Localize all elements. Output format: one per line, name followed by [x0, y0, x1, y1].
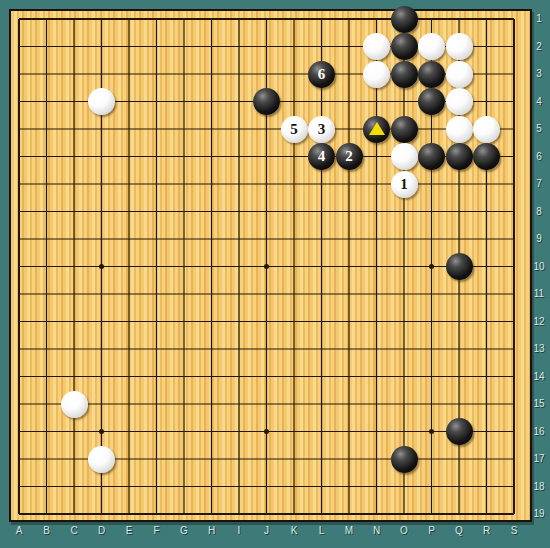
intersection-n5[interactable]: [363, 115, 391, 143]
intersection-b1[interactable]: [33, 5, 61, 33]
intersection-s14[interactable]: [500, 363, 528, 391]
intersection-a3[interactable]: [5, 60, 33, 88]
intersection-l3[interactable]: 6: [308, 60, 336, 88]
intersection-e9[interactable]: [115, 225, 143, 253]
intersection-o19[interactable]: [390, 500, 418, 528]
intersection-a10[interactable]: [5, 253, 33, 281]
intersection-h4[interactable]: [198, 88, 226, 116]
intersection-s19[interactable]: [500, 500, 528, 528]
intersection-s11[interactable]: [500, 280, 528, 308]
intersection-j14[interactable]: [253, 363, 281, 391]
intersection-f7[interactable]: [143, 170, 171, 198]
intersection-i3[interactable]: [225, 60, 253, 88]
intersection-o10[interactable]: [390, 253, 418, 281]
intersection-e15[interactable]: [115, 390, 143, 418]
intersection-p7[interactable]: [418, 170, 446, 198]
intersection-n15[interactable]: [363, 390, 391, 418]
intersection-h18[interactable]: [198, 473, 226, 501]
intersection-i15[interactable]: [225, 390, 253, 418]
intersection-q9[interactable]: [445, 225, 473, 253]
intersection-e10[interactable]: [115, 253, 143, 281]
intersection-k9[interactable]: [280, 225, 308, 253]
intersection-n2[interactable]: [363, 33, 391, 61]
intersection-q3[interactable]: [445, 60, 473, 88]
intersection-k17[interactable]: [280, 445, 308, 473]
intersection-q6[interactable]: [445, 143, 473, 171]
intersection-l16[interactable]: [308, 418, 336, 446]
intersection-n3[interactable]: [363, 60, 391, 88]
intersection-d6[interactable]: [88, 143, 116, 171]
intersection-q8[interactable]: [445, 198, 473, 226]
intersection-r13[interactable]: [473, 335, 501, 363]
intersection-f16[interactable]: [143, 418, 171, 446]
intersection-f2[interactable]: [143, 33, 171, 61]
intersection-e5[interactable]: [115, 115, 143, 143]
intersection-r6[interactable]: [473, 143, 501, 171]
intersection-j12[interactable]: [253, 308, 281, 336]
intersection-p1[interactable]: [418, 5, 446, 33]
intersection-b16[interactable]: [33, 418, 61, 446]
intersection-i19[interactable]: [225, 500, 253, 528]
intersection-j15[interactable]: [253, 390, 281, 418]
intersection-d8[interactable]: [88, 198, 116, 226]
intersection-j18[interactable]: [253, 473, 281, 501]
intersection-b7[interactable]: [33, 170, 61, 198]
intersection-d1[interactable]: [88, 5, 116, 33]
intersection-f18[interactable]: [143, 473, 171, 501]
intersection-p19[interactable]: [418, 500, 446, 528]
intersection-j3[interactable]: [253, 60, 281, 88]
intersection-f9[interactable]: [143, 225, 171, 253]
intersection-p2[interactable]: [418, 33, 446, 61]
intersection-r17[interactable]: [473, 445, 501, 473]
intersection-i8[interactable]: [225, 198, 253, 226]
intersection-o17[interactable]: [390, 445, 418, 473]
intersection-a18[interactable]: [5, 473, 33, 501]
intersection-n14[interactable]: [363, 363, 391, 391]
intersection-d12[interactable]: [88, 308, 116, 336]
intersection-m13[interactable]: [335, 335, 363, 363]
intersection-s15[interactable]: [500, 390, 528, 418]
intersection-k12[interactable]: [280, 308, 308, 336]
intersection-m15[interactable]: [335, 390, 363, 418]
intersection-f6[interactable]: [143, 143, 171, 171]
intersection-f19[interactable]: [143, 500, 171, 528]
intersection-e11[interactable]: [115, 280, 143, 308]
intersection-m5[interactable]: [335, 115, 363, 143]
intersection-i2[interactable]: [225, 33, 253, 61]
intersection-d17[interactable]: [88, 445, 116, 473]
intersection-k6[interactable]: [280, 143, 308, 171]
intersection-a15[interactable]: [5, 390, 33, 418]
intersection-l9[interactable]: [308, 225, 336, 253]
intersection-m19[interactable]: [335, 500, 363, 528]
intersection-h1[interactable]: [198, 5, 226, 33]
intersection-g5[interactable]: [170, 115, 198, 143]
intersection-d11[interactable]: [88, 280, 116, 308]
intersection-p5[interactable]: [418, 115, 446, 143]
intersection-g1[interactable]: [170, 5, 198, 33]
intersection-p6[interactable]: [418, 143, 446, 171]
intersection-s12[interactable]: [500, 308, 528, 336]
intersection-m7[interactable]: [335, 170, 363, 198]
intersection-o11[interactable]: [390, 280, 418, 308]
intersection-p10[interactable]: [418, 253, 446, 281]
intersection-p13[interactable]: [418, 335, 446, 363]
intersection-l15[interactable]: [308, 390, 336, 418]
intersection-l6[interactable]: 4: [308, 143, 336, 171]
intersection-l2[interactable]: [308, 33, 336, 61]
intersection-e16[interactable]: [115, 418, 143, 446]
intersection-p16[interactable]: [418, 418, 446, 446]
intersection-a17[interactable]: [5, 445, 33, 473]
intersection-a9[interactable]: [5, 225, 33, 253]
intersection-m2[interactable]: [335, 33, 363, 61]
intersection-o1[interactable]: [390, 5, 418, 33]
intersection-b13[interactable]: [33, 335, 61, 363]
intersection-e3[interactable]: [115, 60, 143, 88]
intersection-q5[interactable]: [445, 115, 473, 143]
intersection-l12[interactable]: [308, 308, 336, 336]
intersection-h9[interactable]: [198, 225, 226, 253]
intersection-j17[interactable]: [253, 445, 281, 473]
intersection-i16[interactable]: [225, 418, 253, 446]
intersection-s6[interactable]: [500, 143, 528, 171]
intersection-g4[interactable]: [170, 88, 198, 116]
intersection-q12[interactable]: [445, 308, 473, 336]
intersection-j10[interactable]: [253, 253, 281, 281]
intersection-f10[interactable]: [143, 253, 171, 281]
intersection-g11[interactable]: [170, 280, 198, 308]
intersection-r8[interactable]: [473, 198, 501, 226]
intersection-q18[interactable]: [445, 473, 473, 501]
intersection-d18[interactable]: [88, 473, 116, 501]
intersection-k2[interactable]: [280, 33, 308, 61]
intersection-b2[interactable]: [33, 33, 61, 61]
intersection-c17[interactable]: [60, 445, 88, 473]
intersection-s18[interactable]: [500, 473, 528, 501]
intersection-c15[interactable]: [60, 390, 88, 418]
intersection-o7[interactable]: 1: [390, 170, 418, 198]
intersection-p14[interactable]: [418, 363, 446, 391]
intersection-m18[interactable]: [335, 473, 363, 501]
intersection-h3[interactable]: [198, 60, 226, 88]
intersection-j4[interactable]: [253, 88, 281, 116]
intersection-h16[interactable]: [198, 418, 226, 446]
intersection-n13[interactable]: [363, 335, 391, 363]
intersection-g12[interactable]: [170, 308, 198, 336]
intersection-d7[interactable]: [88, 170, 116, 198]
intersection-r14[interactable]: [473, 363, 501, 391]
intersection-k8[interactable]: [280, 198, 308, 226]
intersection-e6[interactable]: [115, 143, 143, 171]
intersection-f1[interactable]: [143, 5, 171, 33]
intersection-q1[interactable]: [445, 5, 473, 33]
intersection-o8[interactable]: [390, 198, 418, 226]
intersection-a1[interactable]: [5, 5, 33, 33]
intersection-p12[interactable]: [418, 308, 446, 336]
intersection-l4[interactable]: [308, 88, 336, 116]
intersection-n18[interactable]: [363, 473, 391, 501]
intersection-r1[interactable]: [473, 5, 501, 33]
intersection-c13[interactable]: [60, 335, 88, 363]
intersection-e17[interactable]: [115, 445, 143, 473]
intersection-f15[interactable]: [143, 390, 171, 418]
intersection-e8[interactable]: [115, 198, 143, 226]
intersection-m17[interactable]: [335, 445, 363, 473]
intersection-i13[interactable]: [225, 335, 253, 363]
intersection-a4[interactable]: [5, 88, 33, 116]
intersection-s10[interactable]: [500, 253, 528, 281]
intersection-l18[interactable]: [308, 473, 336, 501]
intersection-n10[interactable]: [363, 253, 391, 281]
intersection-k15[interactable]: [280, 390, 308, 418]
intersection-e18[interactable]: [115, 473, 143, 501]
intersection-h17[interactable]: [198, 445, 226, 473]
intersection-a13[interactable]: [5, 335, 33, 363]
intersection-c5[interactable]: [60, 115, 88, 143]
intersection-g14[interactable]: [170, 363, 198, 391]
intersection-j9[interactable]: [253, 225, 281, 253]
intersection-c11[interactable]: [60, 280, 88, 308]
intersection-m11[interactable]: [335, 280, 363, 308]
intersection-d15[interactable]: [88, 390, 116, 418]
intersection-n4[interactable]: [363, 88, 391, 116]
intersection-o15[interactable]: [390, 390, 418, 418]
intersection-l7[interactable]: [308, 170, 336, 198]
intersection-i7[interactable]: [225, 170, 253, 198]
intersection-a5[interactable]: [5, 115, 33, 143]
intersection-a8[interactable]: [5, 198, 33, 226]
intersection-r9[interactable]: [473, 225, 501, 253]
intersection-q14[interactable]: [445, 363, 473, 391]
intersection-q16[interactable]: [445, 418, 473, 446]
intersection-n19[interactable]: [363, 500, 391, 528]
intersection-g7[interactable]: [170, 170, 198, 198]
intersection-e7[interactable]: [115, 170, 143, 198]
intersection-f3[interactable]: [143, 60, 171, 88]
intersection-f13[interactable]: [143, 335, 171, 363]
intersection-h5[interactable]: [198, 115, 226, 143]
intersection-i18[interactable]: [225, 473, 253, 501]
intersection-p3[interactable]: [418, 60, 446, 88]
intersection-i1[interactable]: [225, 5, 253, 33]
intersection-n8[interactable]: [363, 198, 391, 226]
intersection-k18[interactable]: [280, 473, 308, 501]
intersection-h6[interactable]: [198, 143, 226, 171]
intersection-c19[interactable]: [60, 500, 88, 528]
intersection-o3[interactable]: [390, 60, 418, 88]
intersection-l17[interactable]: [308, 445, 336, 473]
intersection-q17[interactable]: [445, 445, 473, 473]
intersection-b3[interactable]: [33, 60, 61, 88]
intersection-q15[interactable]: [445, 390, 473, 418]
intersection-i12[interactable]: [225, 308, 253, 336]
intersection-l11[interactable]: [308, 280, 336, 308]
intersection-j16[interactable]: [253, 418, 281, 446]
intersection-s13[interactable]: [500, 335, 528, 363]
intersection-a7[interactable]: [5, 170, 33, 198]
intersection-c14[interactable]: [60, 363, 88, 391]
intersection-e13[interactable]: [115, 335, 143, 363]
intersection-g19[interactable]: [170, 500, 198, 528]
intersection-h12[interactable]: [198, 308, 226, 336]
intersection-j2[interactable]: [253, 33, 281, 61]
intersection-s16[interactable]: [500, 418, 528, 446]
intersection-c3[interactable]: [60, 60, 88, 88]
intersection-g16[interactable]: [170, 418, 198, 446]
intersection-b9[interactable]: [33, 225, 61, 253]
intersection-b11[interactable]: [33, 280, 61, 308]
intersection-c9[interactable]: [60, 225, 88, 253]
intersection-q10[interactable]: [445, 253, 473, 281]
intersection-d16[interactable]: [88, 418, 116, 446]
intersection-f17[interactable]: [143, 445, 171, 473]
intersection-o6[interactable]: [390, 143, 418, 171]
intersection-l8[interactable]: [308, 198, 336, 226]
intersection-o2[interactable]: [390, 33, 418, 61]
intersection-d10[interactable]: [88, 253, 116, 281]
intersection-h15[interactable]: [198, 390, 226, 418]
intersection-s9[interactable]: [500, 225, 528, 253]
intersection-h7[interactable]: [198, 170, 226, 198]
intersection-o4[interactable]: [390, 88, 418, 116]
intersection-o12[interactable]: [390, 308, 418, 336]
intersection-k10[interactable]: [280, 253, 308, 281]
intersection-n17[interactable]: [363, 445, 391, 473]
intersection-m4[interactable]: [335, 88, 363, 116]
intersection-p17[interactable]: [418, 445, 446, 473]
intersection-r19[interactable]: [473, 500, 501, 528]
intersection-d2[interactable]: [88, 33, 116, 61]
intersection-i11[interactable]: [225, 280, 253, 308]
intersection-e12[interactable]: [115, 308, 143, 336]
intersection-l10[interactable]: [308, 253, 336, 281]
intersection-g15[interactable]: [170, 390, 198, 418]
intersection-a16[interactable]: [5, 418, 33, 446]
intersection-r16[interactable]: [473, 418, 501, 446]
intersection-f4[interactable]: [143, 88, 171, 116]
intersection-b15[interactable]: [33, 390, 61, 418]
intersection-m16[interactable]: [335, 418, 363, 446]
intersection-e4[interactable]: [115, 88, 143, 116]
intersection-l14[interactable]: [308, 363, 336, 391]
intersection-l1[interactable]: [308, 5, 336, 33]
intersection-k16[interactable]: [280, 418, 308, 446]
intersection-m8[interactable]: [335, 198, 363, 226]
intersection-j11[interactable]: [253, 280, 281, 308]
intersection-h8[interactable]: [198, 198, 226, 226]
intersection-r7[interactable]: [473, 170, 501, 198]
intersection-n7[interactable]: [363, 170, 391, 198]
intersection-f12[interactable]: [143, 308, 171, 336]
intersection-k19[interactable]: [280, 500, 308, 528]
intersection-b4[interactable]: [33, 88, 61, 116]
intersection-c1[interactable]: [60, 5, 88, 33]
intersection-j7[interactable]: [253, 170, 281, 198]
intersection-c18[interactable]: [60, 473, 88, 501]
intersection-m10[interactable]: [335, 253, 363, 281]
intersection-n1[interactable]: [363, 5, 391, 33]
intersection-q7[interactable]: [445, 170, 473, 198]
intersection-k11[interactable]: [280, 280, 308, 308]
intersection-h19[interactable]: [198, 500, 226, 528]
intersection-j5[interactable]: [253, 115, 281, 143]
intersection-j13[interactable]: [253, 335, 281, 363]
intersection-q19[interactable]: [445, 500, 473, 528]
intersection-g13[interactable]: [170, 335, 198, 363]
intersection-f14[interactable]: [143, 363, 171, 391]
intersection-i4[interactable]: [225, 88, 253, 116]
intersection-b18[interactable]: [33, 473, 61, 501]
intersection-c8[interactable]: [60, 198, 88, 226]
intersection-m6[interactable]: 2: [335, 143, 363, 171]
intersection-f11[interactable]: [143, 280, 171, 308]
intersection-i9[interactable]: [225, 225, 253, 253]
intersection-q13[interactable]: [445, 335, 473, 363]
intersection-l5[interactable]: 3: [308, 115, 336, 143]
intersection-r4[interactable]: [473, 88, 501, 116]
intersection-b17[interactable]: [33, 445, 61, 473]
intersection-i5[interactable]: [225, 115, 253, 143]
intersection-h2[interactable]: [198, 33, 226, 61]
intersection-c6[interactable]: [60, 143, 88, 171]
intersection-c7[interactable]: [60, 170, 88, 198]
intersection-c16[interactable]: [60, 418, 88, 446]
intersection-o5[interactable]: [390, 115, 418, 143]
intersection-d3[interactable]: [88, 60, 116, 88]
intersection-k5[interactable]: 5: [280, 115, 308, 143]
intersection-e14[interactable]: [115, 363, 143, 391]
intersection-b5[interactable]: [33, 115, 61, 143]
intersection-r2[interactable]: [473, 33, 501, 61]
intersection-r10[interactable]: [473, 253, 501, 281]
intersection-j19[interactable]: [253, 500, 281, 528]
intersection-h10[interactable]: [198, 253, 226, 281]
intersection-g3[interactable]: [170, 60, 198, 88]
intersection-n16[interactable]: [363, 418, 391, 446]
intersection-c4[interactable]: [60, 88, 88, 116]
intersection-p18[interactable]: [418, 473, 446, 501]
intersection-m9[interactable]: [335, 225, 363, 253]
intersection-o16[interactable]: [390, 418, 418, 446]
intersection-r3[interactable]: [473, 60, 501, 88]
intersection-g17[interactable]: [170, 445, 198, 473]
intersection-o14[interactable]: [390, 363, 418, 391]
intersection-s2[interactable]: [500, 33, 528, 61]
intersection-a11[interactable]: [5, 280, 33, 308]
intersection-s17[interactable]: [500, 445, 528, 473]
intersection-s8[interactable]: [500, 198, 528, 226]
intersection-j6[interactable]: [253, 143, 281, 171]
intersection-a2[interactable]: [5, 33, 33, 61]
intersection-s4[interactable]: [500, 88, 528, 116]
intersection-h13[interactable]: [198, 335, 226, 363]
intersection-n9[interactable]: [363, 225, 391, 253]
intersection-a12[interactable]: [5, 308, 33, 336]
intersection-p15[interactable]: [418, 390, 446, 418]
intersection-d13[interactable]: [88, 335, 116, 363]
intersection-j1[interactable]: [253, 5, 281, 33]
intersection-g10[interactable]: [170, 253, 198, 281]
intersection-k7[interactable]: [280, 170, 308, 198]
intersection-f5[interactable]: [143, 115, 171, 143]
intersection-q11[interactable]: [445, 280, 473, 308]
intersection-b14[interactable]: [33, 363, 61, 391]
intersection-b6[interactable]: [33, 143, 61, 171]
intersection-b12[interactable]: [33, 308, 61, 336]
intersection-s7[interactable]: [500, 170, 528, 198]
